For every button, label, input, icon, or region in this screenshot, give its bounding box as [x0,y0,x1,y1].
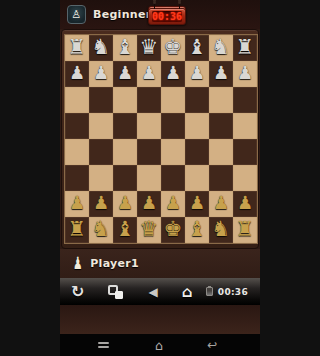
chess-app-screen: ♙ Beginner 00:00 ♜♞♝♛♚♝♞♜♟♟♟♟♟♟♟♟♟♟♟♟♟♟♟… [60,0,260,356]
black-pawn[interactable]: ♟ [69,64,85,82]
toolbar-status: 00:36 [206,278,248,305]
square-c7[interactable]: ♟ [113,61,137,87]
black-queen[interactable]: ♛ [140,37,159,58]
white-pawn[interactable]: ♟ [237,194,253,212]
chess-app-icon: ♙ [67,5,86,24]
square-a3[interactable] [65,165,89,191]
square-h7[interactable]: ♟ [233,61,257,87]
square-f6[interactable] [185,87,209,113]
white-bishop[interactable]: ♝ [116,219,135,240]
board-frame: ♜♞♝♛♚♝♞♜♟♟♟♟♟♟♟♟♟♟♟♟♟♟♟♟♜♞♝♛♚♝♞♜ [61,29,259,249]
square-g4[interactable] [209,139,233,165]
white-pawn[interactable]: ♟ [93,194,109,212]
square-e7[interactable]: ♟ [161,61,185,87]
square-b4[interactable] [89,139,113,165]
back-icon[interactable]: ◀ [148,285,157,299]
square-d6[interactable] [137,87,161,113]
menu-icon[interactable] [98,340,109,350]
square-f3[interactable] [185,165,209,191]
menu-bar [98,342,109,344]
white-pawn[interactable]: ♟ [213,194,229,212]
black-pawn[interactable]: ♟ [117,64,133,82]
black-rook[interactable]: ♜ [236,37,255,58]
black-knight[interactable]: ♞ [212,37,231,58]
square-e6[interactable] [161,87,185,113]
square-e1[interactable]: ♚ [161,217,185,243]
white-knight[interactable]: ♞ [212,219,231,240]
player-timer-badge: 00:36 [148,8,186,25]
square-c2[interactable]: ♟ [113,191,137,217]
difficulty-label: Beginner [93,8,151,21]
black-pawn[interactable]: ♟ [141,64,157,82]
toolbar-clock: 00:36 [218,287,248,297]
white-king[interactable]: ♚ [164,219,183,240]
nav-back-icon[interactable]: ↩ [207,339,217,351]
home-icon[interactable]: ⌂ [182,283,193,301]
player-timer-value: 00:36 [152,12,182,22]
square-f4[interactable] [185,139,209,165]
square-g7[interactable]: ♟ [209,61,233,87]
windows-icon-front [115,291,123,299]
rotate-icon[interactable]: ↻ [71,282,84,301]
square-h3[interactable] [233,165,257,191]
square-f1[interactable]: ♝ [185,217,209,243]
square-b6[interactable] [89,87,113,113]
player-bar: ♟ Player1 [60,249,260,278]
square-e4[interactable] [161,139,185,165]
white-rook[interactable]: ♜ [68,219,87,240]
square-e3[interactable] [161,165,185,191]
nav-home-icon[interactable]: ⌂ [155,339,163,352]
square-a2[interactable]: ♟ [65,191,89,217]
square-g3[interactable] [209,165,233,191]
black-pawn[interactable]: ♟ [93,64,109,82]
square-g2[interactable]: ♟ [209,191,233,217]
white-pawn[interactable]: ♟ [69,194,85,212]
square-g5[interactable] [209,113,233,139]
square-a5[interactable] [65,113,89,139]
square-a6[interactable] [65,87,89,113]
white-bishop[interactable]: ♝ [188,219,207,240]
pawn-glyph: ♙ [72,9,82,20]
square-d7[interactable]: ♟ [137,61,161,87]
badge-string [179,2,180,9]
square-h6[interactable] [233,87,257,113]
black-pawn[interactable]: ♟ [165,64,181,82]
square-b8[interactable]: ♞ [89,35,113,61]
timer-screen: 00:36 [152,11,182,22]
black-bishop[interactable]: ♝ [116,37,135,58]
square-h4[interactable] [233,139,257,165]
app-toolbar: ↻ ◀ ⌂ 00:36 [60,278,260,305]
badge-string [154,2,155,9]
square-b7[interactable]: ♟ [89,61,113,87]
black-pawn[interactable]: ♟ [189,64,205,82]
white-pawn[interactable]: ♟ [141,194,157,212]
white-pawn-icon: ♟ [73,255,82,272]
white-pawn[interactable]: ♟ [165,194,181,212]
black-pawn[interactable]: ♟ [213,64,229,82]
player-name: Player1 [90,257,139,270]
black-king[interactable]: ♚ [164,37,183,58]
menu-bar [98,346,109,348]
battery-icon [206,287,213,296]
white-pawn[interactable]: ♟ [117,194,133,212]
square-h2[interactable]: ♟ [233,191,257,217]
square-a8[interactable]: ♜ [65,35,89,61]
white-knight[interactable]: ♞ [92,219,111,240]
background-strip [60,305,260,334]
square-b3[interactable] [89,165,113,191]
square-g6[interactable] [209,87,233,113]
white-pawn[interactable]: ♟ [189,194,205,212]
white-rook[interactable]: ♜ [236,219,255,240]
square-g8[interactable]: ♞ [209,35,233,61]
black-knight[interactable]: ♞ [92,37,111,58]
square-d3[interactable] [137,165,161,191]
square-a4[interactable] [65,139,89,165]
square-h8[interactable]: ♜ [233,35,257,61]
square-c3[interactable] [113,165,137,191]
black-rook[interactable]: ♜ [68,37,87,58]
square-h1[interactable]: ♜ [233,217,257,243]
square-c8[interactable]: ♝ [113,35,137,61]
square-d2[interactable]: ♟ [137,191,161,217]
black-pawn[interactable]: ♟ [237,64,253,82]
square-c1[interactable]: ♝ [113,217,137,243]
square-e5[interactable] [161,113,185,139]
square-g1[interactable]: ♞ [209,217,233,243]
square-c4[interactable] [113,139,137,165]
chess-board[interactable]: ♜♞♝♛♚♝♞♜♟♟♟♟♟♟♟♟♟♟♟♟♟♟♟♟♜♞♝♛♚♝♞♜ [64,34,258,244]
square-d5[interactable] [137,113,161,139]
square-a7[interactable]: ♟ [65,61,89,87]
square-f2[interactable]: ♟ [185,191,209,217]
black-bishop[interactable]: ♝ [188,37,207,58]
square-h5[interactable] [233,113,257,139]
square-c5[interactable] [113,113,137,139]
square-b5[interactable] [89,113,113,139]
square-c6[interactable] [113,87,137,113]
square-f7[interactable]: ♟ [185,61,209,87]
square-f8[interactable]: ♝ [185,35,209,61]
square-f5[interactable] [185,113,209,139]
square-a1[interactable]: ♜ [65,217,89,243]
square-d1[interactable]: ♛ [137,217,161,243]
square-b1[interactable]: ♞ [89,217,113,243]
square-d4[interactable] [137,139,161,165]
square-e8[interactable]: ♚ [161,35,185,61]
square-b2[interactable]: ♟ [89,191,113,217]
windows-icon[interactable] [108,285,123,299]
system-nav-bar: ⌂ ↩ [60,334,260,356]
square-d8[interactable]: ♛ [137,35,161,61]
white-queen[interactable]: ♛ [140,219,159,240]
square-e2[interactable]: ♟ [161,191,185,217]
